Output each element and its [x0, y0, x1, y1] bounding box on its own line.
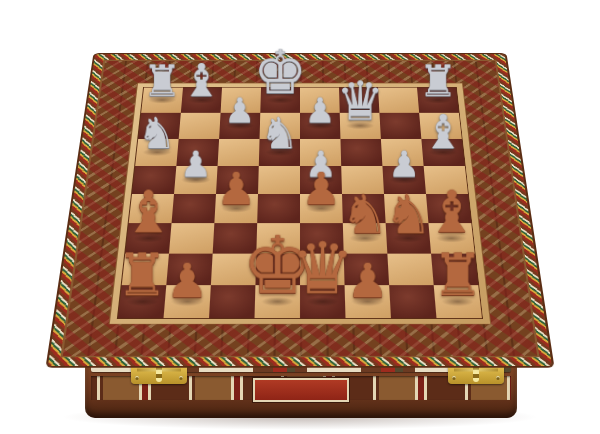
copper-rook-glyph: ♜ — [116, 247, 168, 305]
square-c8[interactable] — [221, 88, 261, 113]
copper-queen-glyph: ♛ — [291, 234, 355, 305]
square-e8[interactable] — [300, 88, 340, 113]
square-b8[interactable] — [181, 88, 222, 113]
square-h6[interactable] — [421, 139, 464, 166]
square-d7[interactable] — [260, 113, 300, 139]
square-c7[interactable] — [219, 113, 260, 139]
square-e7[interactable] — [300, 113, 340, 139]
copper-bishop-glyph: ♝ — [122, 183, 174, 241]
board-3d-scene: ♜♝♚♜♟♟♛♞♞♝♟♟♟♟♟♝♞♞♝♜♟♚♛♟♜ — [0, 0, 600, 434]
chess-board: ♜♝♚♜♟♟♛♞♞♝♟♟♟♟♟♝♞♞♝♜♟♚♛♟♜ — [48, 54, 552, 366]
square-a7[interactable] — [138, 113, 181, 139]
product-photo-stage: ♜♝♚♜♟♟♛♞♞♝♟♟♟♟♟♝♞♞♝♜♟♚♛♟♜ — [0, 0, 600, 434]
square-h8[interactable] — [417, 88, 459, 113]
copper-pawn-glyph: ♟ — [346, 257, 388, 304]
copper-pawn-glyph: ♟ — [301, 167, 341, 212]
square-a6[interactable] — [135, 139, 178, 166]
copper-bishop-glyph: ♝ — [426, 183, 478, 241]
square-a8[interactable] — [141, 88, 183, 113]
square-b5[interactable] — [174, 166, 218, 194]
square-b6[interactable] — [176, 139, 219, 166]
square-d6[interactable] — [259, 139, 300, 166]
square-f7[interactable] — [340, 113, 381, 139]
square-f8[interactable] — [339, 88, 379, 113]
square-g8[interactable] — [378, 88, 419, 113]
copper-pawn-glyph: ♟ — [216, 167, 256, 212]
copper-rook-glyph: ♜ — [432, 247, 484, 305]
square-g6[interactable] — [381, 139, 424, 166]
copper-pawn-glyph: ♟ — [166, 257, 208, 304]
square-d8[interactable] — [260, 88, 300, 113]
square-b7[interactable] — [179, 113, 221, 139]
square-h7[interactable] — [419, 113, 462, 139]
square-f6[interactable] — [340, 139, 382, 166]
square-d5[interactable] — [258, 166, 300, 194]
square-g7[interactable] — [379, 113, 421, 139]
